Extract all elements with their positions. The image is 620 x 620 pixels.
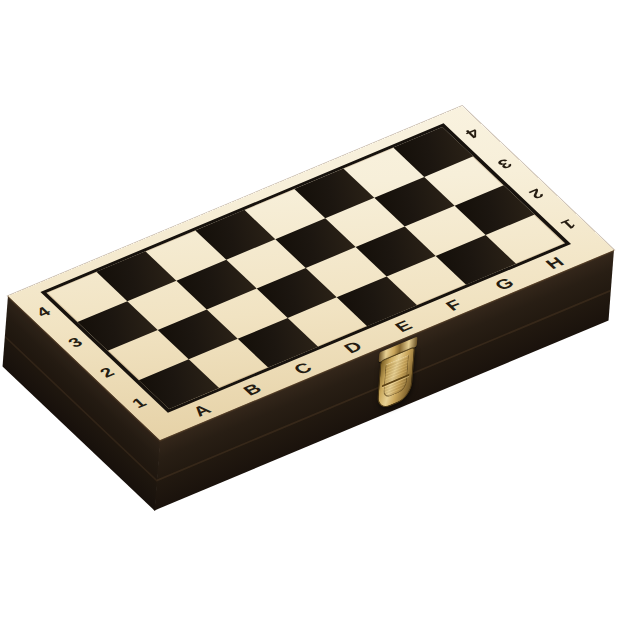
chess-box-scene: ABCDEFGH 4321 4321: [0, 0, 620, 620]
brass-clasp: [375, 336, 418, 412]
